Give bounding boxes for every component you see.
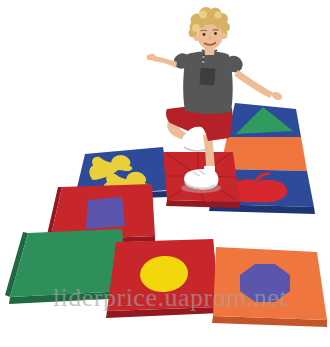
square-shape <box>86 197 125 229</box>
mat-octagon <box>212 247 327 327</box>
shirt-button <box>202 61 204 63</box>
shirt-button <box>203 56 205 58</box>
play-mats-illustration <box>0 0 330 347</box>
chest-pocket <box>199 68 215 86</box>
right-eye <box>214 32 217 35</box>
left-arm <box>153 56 178 69</box>
right-arm <box>234 70 273 98</box>
right-hand <box>270 90 283 102</box>
curl <box>192 24 200 32</box>
mat-circle <box>106 239 220 318</box>
octagon-shape <box>240 264 290 302</box>
curl <box>215 12 222 19</box>
mat-surface <box>10 229 127 297</box>
product-photo-scene: liderprice.uaprom.net <box>0 0 330 347</box>
curl <box>199 11 207 19</box>
left-eye <box>203 33 206 36</box>
mat-triangle <box>227 103 301 137</box>
curl <box>215 18 226 29</box>
